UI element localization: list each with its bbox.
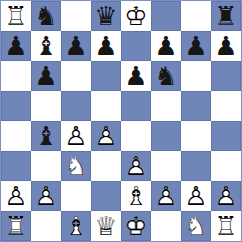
piece-white-pawn[interactable]: ♟♙ xyxy=(91,121,121,151)
square-b4[interactable]: ♝ xyxy=(31,121,61,151)
piece-glyph-outline: ♙ xyxy=(151,181,181,211)
square-g2[interactable]: ♟♙ xyxy=(181,181,211,211)
piece-white-king[interactable]: ♚♔ xyxy=(121,211,151,241)
piece-white-knight[interactable]: ♞♘ xyxy=(181,211,211,241)
piece-glyph-outline: ♙ xyxy=(31,181,61,211)
square-a7[interactable]: ♟ xyxy=(1,31,31,61)
piece-glyph-outline: ♖ xyxy=(1,1,31,31)
piece-white-queen[interactable]: ♛♕ xyxy=(91,211,121,241)
square-h5[interactable] xyxy=(211,91,241,121)
square-c3[interactable]: ♞♘ xyxy=(61,151,91,181)
square-h7[interactable]: ♟ xyxy=(211,31,241,61)
piece-glyph-outline: ♙ xyxy=(61,121,91,151)
square-d3[interactable] xyxy=(91,151,121,181)
square-e6[interactable]: ♟ xyxy=(121,61,151,91)
piece-black-pawn[interactable]: ♟ xyxy=(91,31,121,61)
square-e1[interactable]: ♚♔ xyxy=(121,211,151,241)
square-g3[interactable] xyxy=(181,151,211,181)
piece-glyph-outline: ♙ xyxy=(181,181,211,211)
piece-glyph-outline: ♕ xyxy=(91,211,121,241)
piece-white-bishop[interactable]: ♝♗ xyxy=(61,211,91,241)
square-f6[interactable]: ♞ xyxy=(151,61,181,91)
piece-glyph-outline: ♖ xyxy=(1,211,31,241)
piece-glyph-fill: ♟ xyxy=(181,31,211,61)
square-e2[interactable]: ♝♗ xyxy=(121,181,151,211)
piece-black-pawn[interactable]: ♟ xyxy=(31,61,61,91)
square-e3[interactable]: ♟♙ xyxy=(121,151,151,181)
piece-white-pawn[interactable]: ♟♙ xyxy=(151,181,181,211)
square-a2[interactable]: ♟♙ xyxy=(1,181,31,211)
piece-white-king[interactable]: ♚♔ xyxy=(121,1,151,31)
piece-glyph-fill: ♟ xyxy=(1,31,31,61)
piece-glyph-outline: ♙ xyxy=(121,151,151,181)
piece-glyph-fill: ♟ xyxy=(91,31,121,61)
square-g6[interactable] xyxy=(181,61,211,91)
square-a4[interactable] xyxy=(1,121,31,151)
square-f2[interactable]: ♟♙ xyxy=(151,181,181,211)
piece-black-knight[interactable]: ♞ xyxy=(151,61,181,91)
square-c2[interactable] xyxy=(61,181,91,211)
piece-white-pawn[interactable]: ♟♙ xyxy=(211,181,241,211)
square-b8[interactable]: ♞ xyxy=(31,1,61,31)
piece-black-pawn[interactable]: ♟ xyxy=(211,31,241,61)
square-d2[interactable] xyxy=(91,181,121,211)
square-b2[interactable]: ♟♙ xyxy=(31,181,61,211)
square-e8[interactable]: ♚♔ xyxy=(121,1,151,31)
square-g7[interactable]: ♟ xyxy=(181,31,211,61)
square-c7[interactable]: ♟ xyxy=(61,31,91,61)
piece-glyph-outline: ♗ xyxy=(121,181,151,211)
piece-glyph-outline: ♙ xyxy=(1,181,31,211)
square-d4[interactable]: ♟♙ xyxy=(91,121,121,151)
square-f3[interactable] xyxy=(151,151,181,181)
square-b7[interactable]: ♝ xyxy=(31,31,61,61)
square-h2[interactable]: ♟♙ xyxy=(211,181,241,211)
piece-glyph-fill: ♟ xyxy=(31,61,61,91)
piece-glyph-fill: ♛ xyxy=(91,1,121,31)
piece-white-rook[interactable]: ♜♖ xyxy=(211,211,241,241)
square-e5[interactable] xyxy=(121,91,151,121)
square-f4[interactable] xyxy=(151,121,181,151)
square-g4[interactable] xyxy=(181,121,211,151)
square-c8[interactable] xyxy=(61,1,91,31)
piece-black-pawn[interactable]: ♟ xyxy=(61,31,91,61)
square-a1[interactable]: ♜♖ xyxy=(1,211,31,241)
square-a8[interactable]: ♜♖ xyxy=(1,1,31,31)
square-h1[interactable]: ♜♖ xyxy=(211,211,241,241)
piece-glyph-fill: ♝ xyxy=(31,31,61,61)
square-f1[interactable] xyxy=(151,211,181,241)
square-d7[interactable]: ♟ xyxy=(91,31,121,61)
piece-black-knight[interactable]: ♞ xyxy=(31,1,61,31)
square-d6[interactable] xyxy=(91,61,121,91)
square-f5[interactable] xyxy=(151,91,181,121)
square-e7[interactable] xyxy=(121,31,151,61)
piece-white-bishop[interactable]: ♝♗ xyxy=(121,181,151,211)
square-c5[interactable] xyxy=(61,91,91,121)
piece-glyph-fill: ♞ xyxy=(31,1,61,31)
square-f7[interactable]: ♟ xyxy=(151,31,181,61)
square-b3[interactable] xyxy=(31,151,61,181)
piece-white-knight[interactable]: ♞♘ xyxy=(61,151,91,181)
piece-glyph-fill: ♟ xyxy=(121,61,151,91)
square-g1[interactable]: ♞♘ xyxy=(181,211,211,241)
square-a3[interactable] xyxy=(1,151,31,181)
square-a6[interactable] xyxy=(1,61,31,91)
piece-glyph-fill: ♟ xyxy=(211,31,241,61)
square-h4[interactable] xyxy=(211,121,241,151)
piece-glyph-fill: ♝ xyxy=(31,121,61,151)
piece-glyph-fill: ♜ xyxy=(211,1,241,31)
piece-white-pawn[interactable]: ♟♙ xyxy=(121,151,151,181)
square-f8[interactable] xyxy=(151,1,181,31)
piece-glyph-outline: ♙ xyxy=(211,181,241,211)
piece-glyph-fill: ♟ xyxy=(151,31,181,61)
square-d8[interactable]: ♛ xyxy=(91,1,121,31)
square-h3[interactable] xyxy=(211,151,241,181)
piece-black-pawn[interactable]: ♟ xyxy=(151,31,181,61)
square-d1[interactable]: ♛♕ xyxy=(91,211,121,241)
piece-black-pawn[interactable]: ♟ xyxy=(121,61,151,91)
chess-board-frame: ♜♖♞♛♚♔♜♟♝♟♟♟♟♟♟♟♞♝♟♙♟♙♞♘♟♙♟♙♟♙♝♗♟♙♟♙♟♙♜♖… xyxy=(0,0,242,242)
piece-white-pawn[interactable]: ♟♙ xyxy=(181,181,211,211)
square-g8[interactable] xyxy=(181,1,211,31)
square-h8[interactable]: ♜ xyxy=(211,1,241,31)
chess-board: ♜♖♞♛♚♔♜♟♝♟♟♟♟♟♟♟♞♝♟♙♟♙♞♘♟♙♟♙♟♙♝♗♟♙♟♙♟♙♜♖… xyxy=(1,1,241,241)
piece-black-queen[interactable]: ♛ xyxy=(91,1,121,31)
piece-glyph-outline: ♖ xyxy=(211,211,241,241)
piece-black-bishop[interactable]: ♝ xyxy=(31,121,61,151)
square-b1[interactable] xyxy=(31,211,61,241)
piece-black-pawn[interactable]: ♟ xyxy=(181,31,211,61)
square-c6[interactable] xyxy=(61,61,91,91)
square-h6[interactable] xyxy=(211,61,241,91)
piece-white-rook[interactable]: ♜♖ xyxy=(1,211,31,241)
piece-black-rook[interactable]: ♜ xyxy=(211,1,241,31)
square-c4[interactable]: ♟♙ xyxy=(61,121,91,151)
piece-black-bishop[interactable]: ♝ xyxy=(31,31,61,61)
piece-white-rook[interactable]: ♜♖ xyxy=(1,1,31,31)
piece-glyph-outline: ♗ xyxy=(61,211,91,241)
square-b6[interactable]: ♟ xyxy=(31,61,61,91)
square-d5[interactable] xyxy=(91,91,121,121)
piece-glyph-outline: ♔ xyxy=(121,1,151,31)
square-b5[interactable] xyxy=(31,91,61,121)
piece-white-pawn[interactable]: ♟♙ xyxy=(61,121,91,151)
piece-glyph-outline: ♔ xyxy=(121,211,151,241)
square-c1[interactable]: ♝♗ xyxy=(61,211,91,241)
square-g5[interactable] xyxy=(181,91,211,121)
square-a5[interactable] xyxy=(1,91,31,121)
square-e4[interactable] xyxy=(121,121,151,151)
piece-black-pawn[interactable]: ♟ xyxy=(1,31,31,61)
piece-white-pawn[interactable]: ♟♙ xyxy=(1,181,31,211)
piece-glyph-outline: ♙ xyxy=(91,121,121,151)
piece-white-pawn[interactable]: ♟♙ xyxy=(31,181,61,211)
piece-glyph-outline: ♘ xyxy=(61,151,91,181)
piece-glyph-fill: ♟ xyxy=(61,31,91,61)
piece-glyph-fill: ♞ xyxy=(151,61,181,91)
piece-glyph-outline: ♘ xyxy=(181,211,211,241)
